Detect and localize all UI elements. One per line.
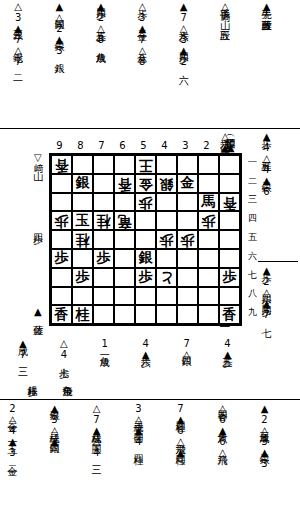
square-1-8[interactable]	[219, 287, 240, 306]
square-1-6[interactable]	[219, 249, 240, 268]
piece-香-gote: 香	[220, 194, 239, 211]
square-2-7[interactable]	[198, 268, 219, 287]
square-1-4[interactable]	[219, 211, 240, 230]
square-7-2[interactable]	[93, 174, 114, 193]
square-6-2[interactable]: 香	[114, 174, 135, 193]
square-6-8[interactable]	[114, 287, 135, 306]
square-7-1[interactable]	[93, 155, 114, 174]
square-8-8[interactable]	[72, 287, 93, 306]
square-1-3[interactable]: 香	[219, 193, 240, 212]
square-1-5[interactable]	[219, 230, 240, 249]
kifu-top-block: 先手▲佐藤五段 後手△山﨑五段 ▲7六歩△3四歩▲2六 歩△3二金▲7八金△8 …	[2, 1, 298, 127]
square-7-7[interactable]	[93, 268, 114, 287]
divider-bottom	[0, 399, 300, 400]
square-5-1[interactable]: 王	[135, 155, 156, 174]
kifu-column: 四香△6六角▲6八飛△	[212, 403, 232, 528]
square-4-3[interactable]	[156, 193, 177, 212]
kifu-column: 歩△3二金▲7八金△8	[132, 1, 151, 127]
piece-歩-gote: 歩	[178, 231, 197, 248]
kifu-column: 7四銀△	[176, 338, 195, 396]
square-8-7[interactable]: 歩	[72, 268, 93, 287]
board-grid: 香王銀香金銀金歩馬香歩玉桂竜歩桂歩歩歩歩銀歩歩と歩香桂香	[49, 153, 242, 326]
kifu-column: 歩▲2四歩△同歩▲7七	[257, 265, 277, 397]
piece-歩-gote: 歩	[199, 212, 218, 229]
kifu-column: 4六歩▲	[135, 338, 154, 396]
square-6-1[interactable]	[114, 155, 135, 174]
rank-label-6: 六	[245, 247, 257, 266]
file-label-5: 5	[133, 138, 154, 153]
piece-金-sente: 金	[178, 175, 197, 192]
square-8-6[interactable]	[72, 249, 93, 268]
piece-歩-sente: 歩	[220, 269, 239, 286]
square-7-4[interactable]: 桂	[93, 211, 114, 230]
file-label-3: 3	[175, 138, 196, 153]
kifu-column: 四歩▲2五歩△8八角成	[91, 1, 110, 127]
shogi-kifu-page: 先手▲佐藤五段 後手△山﨑五段 ▲7六歩△3四歩▲2六 歩△3二金▲7八金△8 …	[0, 0, 300, 529]
square-3-4[interactable]	[177, 211, 198, 230]
gote-hand: 歩四	[4, 226, 71, 292]
piece-香-gote: 香	[115, 175, 134, 192]
square-4-4[interactable]	[156, 211, 177, 230]
square-1-7[interactable]: 歩	[219, 268, 240, 287]
header-sente: 先手▲佐藤五段	[257, 1, 276, 127]
piece-銀-sente: 銀	[136, 250, 155, 267]
square-2-9[interactable]	[198, 305, 219, 324]
piece-金-gote: 金	[136, 175, 155, 192]
file-label-4: 4	[154, 138, 175, 153]
kifu-right-upper: 歩▲4五桂△4二銀▲6 六歩△同歩▲同銀△4四	[258, 131, 298, 259]
square-7-3[interactable]	[93, 193, 114, 212]
rank-label-8: 八	[245, 285, 257, 304]
square-8-9[interactable]: 桂	[72, 305, 93, 324]
square-6-4[interactable]: 竜	[114, 211, 135, 230]
piece-歩-gote: 歩	[157, 231, 176, 248]
square-4-8[interactable]	[156, 287, 177, 306]
file-label-1: 1	[217, 138, 238, 153]
rank-label-9: 九	[245, 303, 257, 322]
square-5-9[interactable]	[135, 305, 156, 324]
piece-王-gote: 王	[136, 156, 155, 173]
square-4-9[interactable]	[156, 305, 177, 324]
file-label-7: 7	[91, 138, 112, 153]
square-8-4[interactable]: 玉	[72, 211, 93, 230]
square-4-5[interactable]: 歩	[156, 230, 177, 249]
square-2-5[interactable]	[198, 230, 219, 249]
kifu-below-board: 4五歩▲ 7四銀△ 4六歩▲ 1一角成 △4七歩 成▲7三 銀成△同 桂▲2三 …	[12, 338, 258, 396]
square-8-5[interactable]: 桂	[72, 230, 93, 249]
file-label-2: 2	[196, 138, 217, 153]
kifu-column: △3三銀▲7七銀△7二	[8, 1, 27, 127]
square-3-7[interactable]	[177, 268, 198, 287]
piece-銀-gote: 銀	[157, 175, 176, 192]
square-5-8[interactable]	[135, 287, 156, 306]
square-2-6[interactable]	[198, 249, 219, 268]
square-4-7[interactable]: と	[156, 268, 177, 287]
kifu-column: 3二香成△同金▲4四桂	[128, 403, 148, 528]
square-6-9[interactable]	[114, 305, 135, 324]
piece-歩-gote: 歩	[136, 194, 155, 211]
piece-と-gote: と	[157, 269, 176, 286]
square-2-1[interactable]	[198, 155, 219, 174]
rank-label-7: 七	[245, 266, 257, 285]
square-5-4[interactable]	[135, 211, 156, 230]
piece-香-sente: 香	[220, 306, 239, 323]
square-1-1[interactable]	[219, 155, 240, 174]
square-5-2[interactable]: 金	[135, 174, 156, 193]
square-7-9[interactable]	[93, 305, 114, 324]
piece-歩-sente: 歩	[94, 250, 113, 267]
kifu-column: ▲7六歩△3四歩▲2六	[174, 1, 193, 127]
kifu-right-lower: 歩▲2四歩△同歩▲7七 角△7三角▲6五銀直△	[258, 265, 298, 397]
file-label-8: 8	[70, 138, 91, 153]
kifu-column: ▲同銀△2二銀▲3八銀	[50, 1, 69, 127]
square-1-2[interactable]	[219, 174, 240, 193]
square-6-7[interactable]	[114, 268, 135, 287]
kifu-column: 1一角成	[94, 338, 113, 396]
piece-馬-sente: 馬	[199, 194, 218, 211]
square-3-9[interactable]	[177, 305, 198, 324]
file-label-6: 6	[112, 138, 133, 153]
piece-桂-gote: 桂	[94, 212, 113, 229]
gote-name: ▽山﨑	[4, 152, 71, 218]
kifu-column: 2二金△4一玉▲3二金	[2, 403, 22, 528]
header-gote: 後手△山﨑五段	[215, 1, 234, 127]
square-3-1[interactable]	[177, 155, 198, 174]
file-label-9: 9	[49, 138, 70, 153]
square-3-2[interactable]: 金	[177, 174, 198, 193]
divider-right-margin	[258, 261, 298, 262]
square-2-2[interactable]	[198, 174, 219, 193]
shogi-board: 987654321 香王銀香金銀金歩馬香歩玉桂竜歩桂歩歩歩歩銀歩歩と歩香桂香 一…	[49, 138, 242, 326]
piece-玉-sente: 玉	[73, 212, 92, 229]
square-3-3[interactable]	[177, 193, 198, 212]
piece-銀-sente: 銀	[73, 175, 92, 192]
kifu-column: 7四桂▲6六飛△同桂▲	[170, 403, 190, 528]
square-5-6[interactable]: 銀	[135, 249, 156, 268]
square-3-6[interactable]	[177, 249, 198, 268]
square-8-1[interactable]	[72, 155, 93, 174]
kifu-bottom-block: ▲2三角成△3二銀▲3 四香△6六角▲6八飛△ 7四桂▲6六飛△同桂▲ 3二香成…	[4, 403, 296, 528]
kifu-column: 成▲7三	[13, 338, 32, 396]
kifu-column: 銀引▲3二桂成△同銀▲	[44, 403, 64, 528]
kifu-column: ▲2三角成△3二銀▲3	[254, 403, 274, 528]
square-4-2[interactable]: 銀	[156, 174, 177, 193]
square-4-1[interactable]	[156, 155, 177, 174]
square-5-3[interactable]: 歩	[135, 193, 156, 212]
piece-桂-gote: 桂	[73, 231, 92, 248]
square-2-3[interactable]: 馬	[198, 193, 219, 212]
square-3-8[interactable]	[177, 287, 198, 306]
square-6-6[interactable]	[114, 249, 135, 268]
rank-labels: 一二三四五六七八九	[245, 153, 257, 326]
square-2-8[interactable]	[198, 287, 219, 306]
piece-歩-sente: 歩	[73, 269, 92, 286]
rank-label-2: 二	[245, 172, 257, 191]
square-6-5[interactable]	[114, 230, 135, 249]
square-3-5[interactable]: 歩	[177, 230, 198, 249]
square-2-4[interactable]: 歩	[198, 211, 219, 230]
square-6-3[interactable]	[114, 193, 135, 212]
square-7-6[interactable]: 歩	[93, 249, 114, 268]
square-1-9[interactable]: 香	[219, 305, 240, 324]
rank-label-1: 一	[245, 153, 257, 172]
piece-桂-sente: 桂	[73, 306, 92, 323]
file-labels: 987654321	[49, 138, 242, 153]
kifu-column: △7八桂成▲同玉△4三	[86, 403, 106, 528]
square-4-6[interactable]	[156, 249, 177, 268]
divider-top	[0, 128, 300, 129]
square-5-7[interactable]: 歩	[135, 268, 156, 287]
square-7-8[interactable]	[93, 287, 114, 306]
piece-竜-gote: 竜	[115, 212, 134, 229]
square-8-3[interactable]	[72, 193, 93, 212]
rank-label-5: 五	[245, 228, 257, 247]
rank-label-3: 三	[245, 191, 257, 210]
kifu-column: 4五歩▲	[217, 338, 236, 396]
square-5-5[interactable]	[135, 230, 156, 249]
kifu-column: △4七歩	[53, 338, 72, 396]
square-7-5[interactable]	[93, 230, 114, 249]
piece-歩-sente: 歩	[136, 269, 155, 286]
square-8-2[interactable]: 銀	[72, 174, 93, 193]
rank-label-4: 四	[245, 209, 257, 228]
